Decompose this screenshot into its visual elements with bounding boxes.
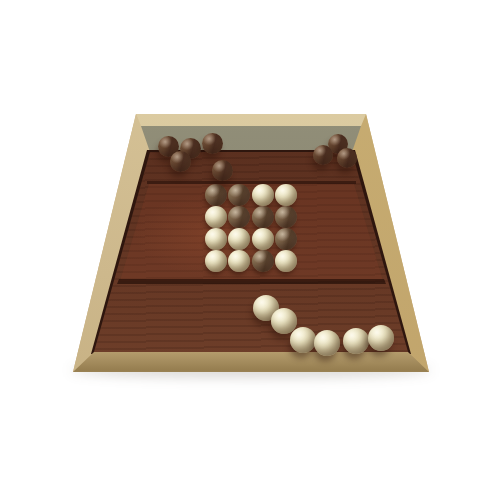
grid-cell[interactable]: [228, 206, 252, 228]
brown-marble[interactable]: [337, 148, 357, 168]
white-marble[interactable]: [275, 250, 297, 272]
brown-marble[interactable]: [252, 250, 274, 272]
white-marble[interactable]: [252, 228, 274, 250]
grid-cell[interactable]: [228, 184, 252, 206]
brown-marble[interactable]: [205, 184, 227, 206]
white-marble[interactable]: [228, 250, 250, 272]
grid-cell[interactable]: [251, 206, 275, 228]
brown-marble[interactable]: [275, 206, 297, 228]
brown-marble[interactable]: [170, 151, 191, 172]
white-marble[interactable]: [228, 228, 250, 250]
white-marble[interactable]: [205, 250, 227, 272]
grid-cell[interactable]: [204, 228, 228, 250]
grid-cell[interactable]: [204, 184, 228, 206]
brown-marble[interactable]: [202, 133, 223, 154]
white-marble[interactable]: [252, 184, 274, 206]
white-marble[interactable]: [368, 325, 394, 351]
grid-cell[interactable]: [251, 250, 275, 272]
grid-cell[interactable]: [228, 250, 252, 272]
grid-cell[interactable]: [228, 228, 252, 250]
white-marble[interactable]: [290, 327, 316, 353]
brown-marble[interactable]: [212, 160, 233, 181]
brown-marble[interactable]: [313, 145, 333, 165]
brown-marble[interactable]: [228, 184, 250, 206]
white-marble[interactable]: [275, 184, 297, 206]
grid-cell[interactable]: [204, 250, 228, 272]
brown-marble[interactable]: [228, 206, 250, 228]
white-marble[interactable]: [314, 330, 340, 356]
center-grid: [204, 184, 298, 270]
grid-cell[interactable]: [251, 228, 275, 250]
grid-cell[interactable]: [275, 228, 299, 250]
brown-marble[interactable]: [275, 228, 297, 250]
brown-marble[interactable]: [252, 206, 274, 228]
white-marble[interactable]: [343, 328, 369, 354]
board-photo: Pylos-style wooden marble stacking game …: [0, 0, 500, 500]
grid-cell[interactable]: [275, 250, 299, 272]
white-marble[interactable]: [205, 228, 227, 250]
grid-cell[interactable]: [204, 206, 228, 228]
grid-cell[interactable]: [251, 184, 275, 206]
grid-cell[interactable]: [275, 206, 299, 228]
grid-cell[interactable]: [275, 184, 299, 206]
white-marble[interactable]: [205, 206, 227, 228]
